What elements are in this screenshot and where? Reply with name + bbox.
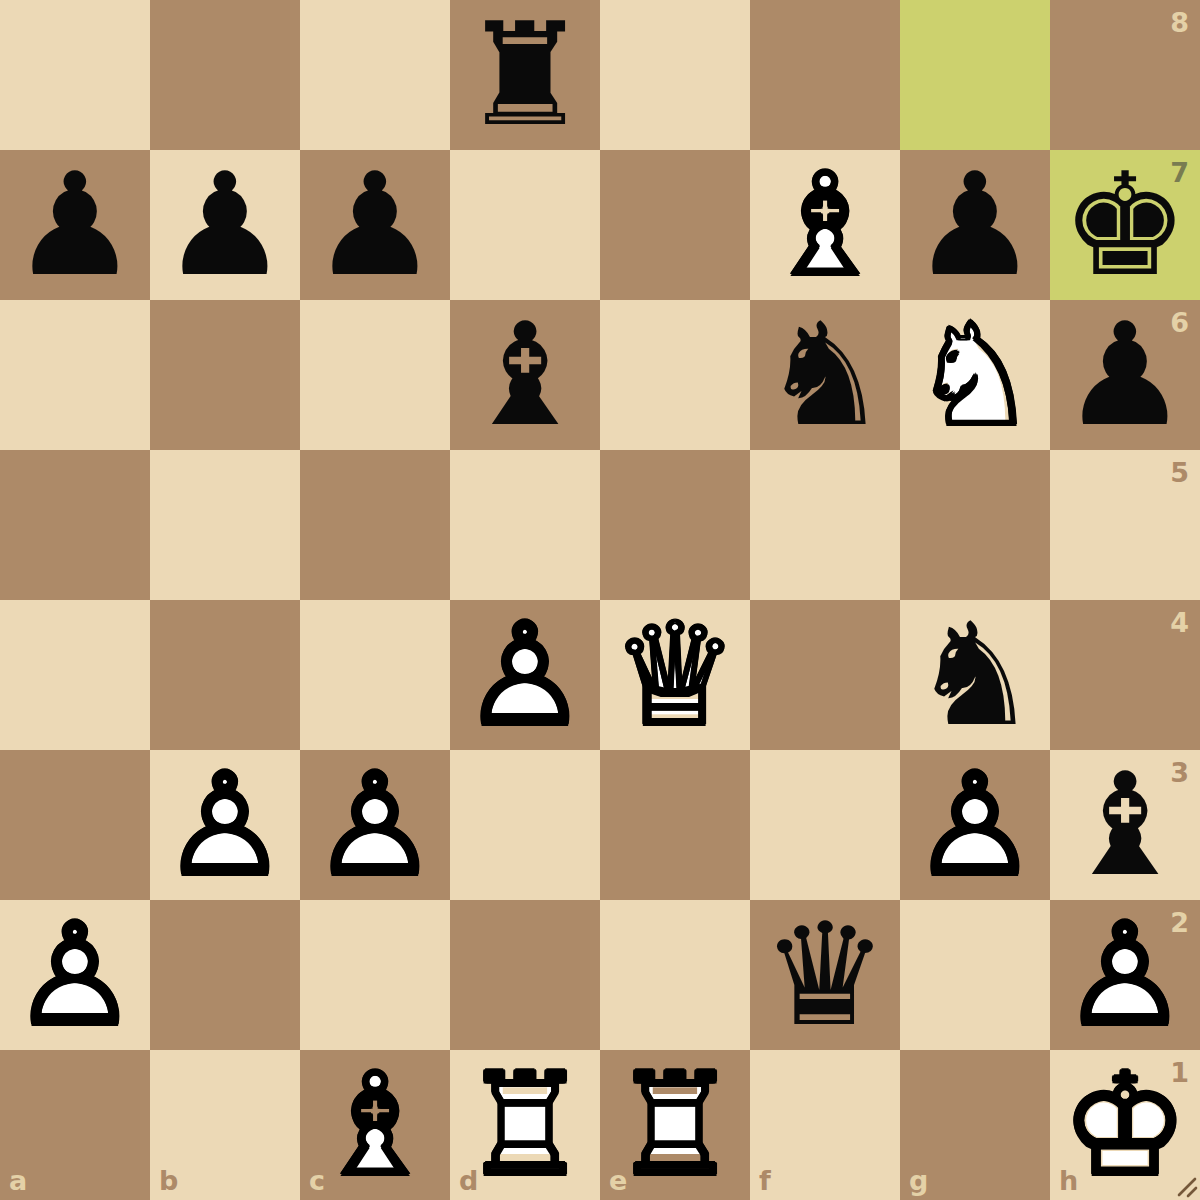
white-pawn-piece[interactable]: ♟♙	[300, 750, 450, 900]
black-pawn-piece[interactable]: ♟	[300, 150, 450, 300]
square-a2[interactable]: ♟♙	[0, 900, 150, 1050]
square-g8[interactable]	[900, 0, 1050, 150]
square-g3[interactable]: ♟♙	[900, 750, 1050, 900]
square-e1[interactable]: ♜♖e	[600, 1050, 750, 1200]
square-g5[interactable]	[900, 450, 1050, 600]
square-a8[interactable]	[0, 0, 150, 150]
black-knight-piece[interactable]: ♞	[750, 300, 900, 450]
rank-label-5: 5	[1170, 459, 1189, 486]
square-d8[interactable]: ♜	[450, 0, 600, 150]
square-e5[interactable]	[600, 450, 750, 600]
black-pawn-piece[interactable]: ♟	[900, 150, 1050, 300]
square-b2[interactable]	[150, 900, 300, 1050]
white-bishop-piece[interactable]: ♝♗	[300, 1050, 450, 1200]
square-d1[interactable]: ♜♖d	[450, 1050, 600, 1200]
black-bishop-piece[interactable]: ♝	[1050, 750, 1200, 900]
square-c2[interactable]	[300, 900, 450, 1050]
square-c1[interactable]: ♝♗c	[300, 1050, 450, 1200]
square-f8[interactable]	[750, 0, 900, 150]
black-pawn-piece[interactable]: ♟	[1050, 300, 1200, 450]
square-f1[interactable]: f	[750, 1050, 900, 1200]
square-f6[interactable]: ♞	[750, 300, 900, 450]
square-a5[interactable]	[0, 450, 150, 600]
chess-board: ♜8♟♟♟♝♗♟♚7♝♞♞♘♟65♟♙♛♕♞4♟♙♟♙♟♙♝3♟♙♛♟♙2ab♝…	[0, 0, 1200, 1200]
black-pawn-piece[interactable]: ♟	[150, 150, 300, 300]
white-queen-piece[interactable]: ♛♕	[600, 600, 750, 750]
white-rook-piece[interactable]: ♜♖	[450, 1050, 600, 1200]
square-c4[interactable]	[300, 600, 450, 750]
square-c3[interactable]: ♟♙	[300, 750, 450, 900]
square-d3[interactable]	[450, 750, 600, 900]
square-f5[interactable]	[750, 450, 900, 600]
square-h6[interactable]: ♟6	[1050, 300, 1200, 450]
white-rook-piece[interactable]: ♜♖	[600, 1050, 750, 1200]
square-e7[interactable]	[600, 150, 750, 300]
black-king-piece[interactable]: ♚	[1050, 150, 1200, 300]
square-h7[interactable]: ♚7	[1050, 150, 1200, 300]
square-b5[interactable]	[150, 450, 300, 600]
square-d2[interactable]	[450, 900, 600, 1050]
square-h3[interactable]: ♝3	[1050, 750, 1200, 900]
square-g7[interactable]: ♟	[900, 150, 1050, 300]
file-label-b: b	[159, 1167, 178, 1194]
square-g6[interactable]: ♞♘	[900, 300, 1050, 450]
square-g4[interactable]: ♞	[900, 600, 1050, 750]
square-c5[interactable]	[300, 450, 450, 600]
square-e4[interactable]: ♛♕	[600, 600, 750, 750]
square-d4[interactable]: ♟♙	[450, 600, 600, 750]
black-queen-piece[interactable]: ♛	[750, 900, 900, 1050]
square-b4[interactable]	[150, 600, 300, 750]
chess-board-container: ♜8♟♟♟♝♗♟♚7♝♞♞♘♟65♟♙♛♕♞4♟♙♟♙♟♙♝3♟♙♛♟♙2ab♝…	[0, 0, 1200, 1200]
black-rook-piece[interactable]: ♜	[450, 0, 600, 150]
rank-label-4: 4	[1170, 609, 1189, 636]
square-c8[interactable]	[300, 0, 450, 150]
file-label-g: g	[909, 1167, 928, 1194]
square-b6[interactable]	[150, 300, 300, 450]
square-h4[interactable]: 4	[1050, 600, 1200, 750]
square-b1[interactable]: b	[150, 1050, 300, 1200]
square-f3[interactable]	[750, 750, 900, 900]
white-pawn-piece[interactable]: ♟♙	[1050, 900, 1200, 1050]
square-d5[interactable]	[450, 450, 600, 600]
black-bishop-piece[interactable]: ♝	[450, 300, 600, 450]
square-a1[interactable]: a	[0, 1050, 150, 1200]
square-a7[interactable]: ♟	[0, 150, 150, 300]
square-b8[interactable]	[150, 0, 300, 150]
square-a3[interactable]	[0, 750, 150, 900]
white-pawn-piece[interactable]: ♟♙	[0, 900, 150, 1050]
square-d7[interactable]	[450, 150, 600, 300]
square-h5[interactable]: 5	[1050, 450, 1200, 600]
square-f7[interactable]: ♝♗	[750, 150, 900, 300]
white-pawn-piece[interactable]: ♟♙	[900, 750, 1050, 900]
white-knight-piece[interactable]: ♞♘	[900, 300, 1050, 450]
square-a6[interactable]	[0, 300, 150, 450]
square-e8[interactable]	[600, 0, 750, 150]
file-label-a: a	[9, 1167, 27, 1194]
square-c7[interactable]: ♟	[300, 150, 450, 300]
square-g2[interactable]	[900, 900, 1050, 1050]
rank-label-8: 8	[1170, 9, 1189, 36]
square-e3[interactable]	[600, 750, 750, 900]
white-pawn-piece[interactable]: ♟♙	[150, 750, 300, 900]
black-pawn-piece[interactable]: ♟	[0, 150, 150, 300]
file-label-f: f	[759, 1167, 771, 1194]
square-e2[interactable]	[600, 900, 750, 1050]
square-a4[interactable]	[0, 600, 150, 750]
white-pawn-piece[interactable]: ♟♙	[450, 600, 600, 750]
black-knight-piece[interactable]: ♞	[900, 600, 1050, 750]
square-b3[interactable]: ♟♙	[150, 750, 300, 900]
white-bishop-piece[interactable]: ♝♗	[750, 150, 900, 300]
square-e6[interactable]	[600, 300, 750, 450]
square-d6[interactable]: ♝	[450, 300, 600, 450]
square-h2[interactable]: ♟♙2	[1050, 900, 1200, 1050]
square-c6[interactable]	[300, 300, 450, 450]
square-g1[interactable]: g	[900, 1050, 1050, 1200]
square-b7[interactable]: ♟	[150, 150, 300, 300]
square-f2[interactable]: ♛	[750, 900, 900, 1050]
square-h8[interactable]: 8	[1050, 0, 1200, 150]
resize-handle-icon[interactable]	[1170, 1170, 1198, 1198]
square-f4[interactable]	[750, 600, 900, 750]
